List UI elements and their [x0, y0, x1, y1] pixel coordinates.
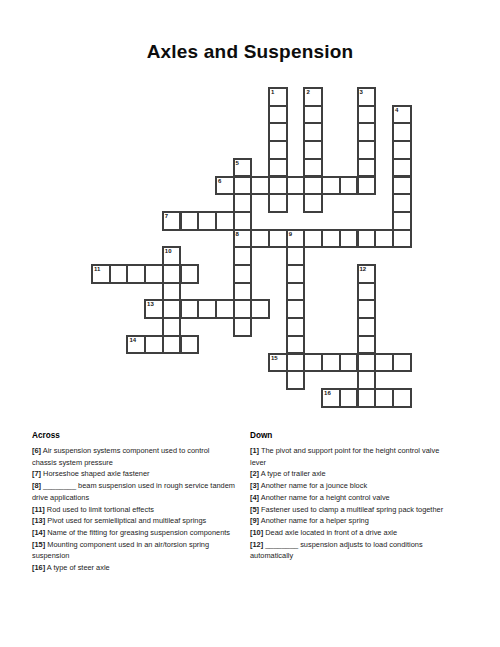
clue-text: Mounting component used in an air/torsio… [32, 540, 209, 561]
cell-number: 2 [306, 89, 309, 96]
clue-text: ________ suspension adjusts to load cond… [250, 540, 423, 561]
cell-number: 7 [165, 213, 168, 220]
grid-cell[interactable] [180, 335, 200, 355]
down-header: Down [250, 431, 477, 441]
across-header: Across [32, 431, 251, 441]
clue-number: [10] [250, 528, 263, 537]
grid-cell[interactable] [357, 176, 377, 196]
grid-cell[interactable] [250, 299, 270, 319]
cell-number: 4 [395, 107, 398, 114]
clue-text: ________ beam suspension used in rough s… [32, 481, 235, 502]
clue: [16] A type of steer axle [32, 562, 251, 574]
clue: [6] Air suspension systems component use… [32, 445, 251, 468]
across-clues-section: Across [6] Air suspension systems compon… [32, 431, 251, 574]
clue: [4] Another name for a height control va… [250, 492, 477, 504]
cell-number: 12 [360, 266, 367, 273]
clue-text: Pivot used for semielliptical and multil… [47, 516, 206, 525]
clue: [7] Horseshoe shaped axle fastener [32, 468, 251, 480]
clue-text: Fastener used to clamp a multileaf sprin… [261, 505, 443, 514]
clue-text: The pivot and support point for the heig… [250, 446, 439, 467]
clue-number: [8] [32, 481, 41, 490]
cell-number: 1 [271, 89, 274, 96]
down-clues-section: Down [1] The pivot and support point for… [250, 431, 477, 562]
cell-number: 10 [165, 248, 172, 255]
clue: [15] Mounting component used in an air/t… [32, 539, 251, 562]
clue-text: Another name for a jounce block [261, 481, 367, 490]
clue-text: Name of the fitting for greasing suspens… [47, 528, 230, 537]
clue-text: A type of steer axle [47, 563, 110, 572]
clue-text: Another name for a helper spring [261, 516, 369, 525]
cell-number: 15 [271, 355, 278, 362]
cell-number: 13 [147, 301, 154, 308]
cell-number: 11 [94, 266, 100, 273]
cell-number: 6 [218, 178, 221, 185]
cell-number: 5 [236, 160, 239, 167]
clue-number: [3] [250, 481, 259, 490]
clue: [14] Name of the fitting for greasing su… [32, 527, 251, 539]
clue-number: [9] [250, 516, 259, 525]
grid-cell[interactable] [392, 388, 412, 408]
clue-number: [7] [32, 469, 41, 478]
clue: [1] The pivot and support point for the … [250, 445, 477, 468]
clue-number: [12] [250, 540, 263, 549]
down-clue-list: [1] The pivot and support point for the … [250, 445, 477, 562]
grid-cell[interactable] [392, 229, 412, 249]
clue: [12] ________ suspension adjusts to load… [250, 539, 477, 562]
clue-number: [14] [32, 528, 45, 537]
clue-number: [16] [32, 563, 45, 572]
grid-cell[interactable] [392, 353, 412, 373]
cell-number: 16 [324, 390, 331, 397]
clue: [5] Fastener used to clamp a multileaf s… [250, 504, 477, 516]
cell-number: 3 [360, 89, 363, 96]
clue-number: [15] [32, 540, 45, 549]
grid-cell[interactable] [268, 193, 288, 213]
clue: [9] Another name for a helper spring [250, 515, 477, 527]
clue: [3] Another name for a jounce block [250, 480, 477, 492]
cell-number: 9 [289, 231, 292, 238]
grid-cell[interactable] [286, 370, 306, 390]
clue-number: [4] [250, 493, 259, 502]
clue-number: [13] [32, 516, 45, 525]
clue-number: [1] [250, 446, 259, 455]
clue-text: Horseshoe shaped axle fastener [43, 469, 149, 478]
clue-text: Dead axle located in front of a drive ax… [265, 528, 397, 537]
clue: [8] ________ beam suspension used in rou… [32, 480, 251, 503]
clue: [13] Pivot used for semielliptical and m… [32, 515, 251, 527]
clue-text: Another name for a height control valve [261, 493, 390, 502]
clue-number: [11] [32, 505, 45, 514]
clue-number: [5] [250, 505, 259, 514]
across-clue-list: [6] Air suspension systems component use… [32, 445, 251, 574]
grid-cell[interactable] [303, 193, 323, 213]
grid-cell[interactable] [233, 317, 253, 337]
clue: [10] Dead axle located in front of a dri… [250, 527, 477, 539]
cell-number: 14 [129, 337, 136, 344]
grid-cell[interactable] [180, 264, 200, 284]
crossword-grid: 12345678910111213141516 [92, 88, 411, 407]
clue-number: [6] [32, 446, 41, 455]
puzzle-title: Axles and Suspension [0, 41, 500, 63]
cell-number: 8 [236, 231, 239, 238]
clue-text: A type of trailer axle [261, 469, 326, 478]
clue-text: Air suspension systems component used to… [32, 446, 210, 467]
clue-number: [2] [250, 469, 259, 478]
clue: [11] Rod used to limit tortional effects [32, 504, 251, 516]
clue: [2] A type of trailer axle [250, 468, 477, 480]
clue-text: Rod used to limit tortional effects [47, 505, 154, 514]
